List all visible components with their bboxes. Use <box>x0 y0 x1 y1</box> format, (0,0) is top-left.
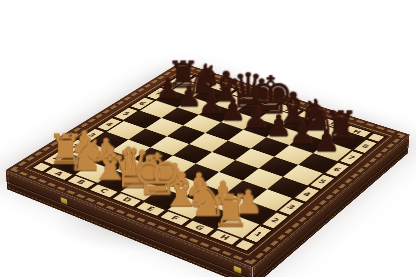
photo-stage: ABCDEFGH8♜♞♝♛♚♝♞♜87♟♟♟♟♟♟♟♟7665544332♟♟♟… <box>0 0 416 277</box>
rank-label-right-4: 4 <box>292 185 322 203</box>
piece-white-rook-h1[interactable]: ♜ <box>200 188 262 232</box>
square-f5[interactable] <box>235 149 274 169</box>
piece-black-pawn-h7[interactable]: ♟ <box>298 126 354 156</box>
